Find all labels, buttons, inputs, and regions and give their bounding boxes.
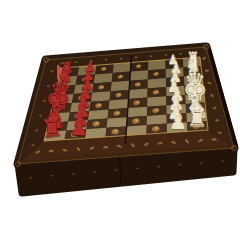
gilt-motif-highlight — [114, 130, 117, 132]
board-square — [94, 73, 113, 84]
gilt-motif-highlight — [55, 125, 58, 127]
board-square — [53, 94, 74, 105]
board-square — [109, 99, 129, 110]
board-square — [147, 96, 166, 107]
gilt-motif-highlight — [135, 119, 138, 121]
board-square — [58, 76, 78, 87]
gilt-motif-highlight — [116, 112, 119, 114]
board-square — [130, 70, 148, 81]
gilt-motif-highlight — [98, 104, 101, 106]
gilt-motif-highlight — [95, 122, 98, 124]
board-square — [129, 89, 148, 100]
gilt-motif-highlight — [175, 117, 178, 119]
gilt-motif-highlight — [137, 83, 140, 85]
gilt-motif-highlight — [136, 101, 139, 103]
board-square — [166, 68, 184, 79]
gilt-motif-highlight — [101, 86, 104, 88]
board-square — [88, 110, 109, 121]
gilt-motif-highlight — [194, 106, 197, 108]
gilt-motif-highlight — [60, 107, 63, 109]
board-square — [166, 104, 186, 115]
gilt-motif-highlight — [155, 73, 158, 75]
board-square — [49, 112, 71, 123]
board-square — [184, 75, 203, 86]
gilt-motif-highlight — [118, 94, 121, 96]
gilt-motif-highlight — [84, 78, 87, 80]
gilt-motif-highlight — [103, 68, 105, 70]
gilt-motif-highlight — [74, 133, 77, 135]
chess-board — [0, 0, 240, 240]
gilt-motif-highlight — [77, 114, 80, 116]
gilt-motif-highlight — [155, 91, 158, 93]
gilt-motif-highlight — [155, 109, 158, 111]
gilt-motif-highlight — [174, 98, 177, 100]
gilt-motif-highlight — [173, 62, 175, 64]
board-square — [127, 107, 147, 118]
board-square — [91, 91, 111, 102]
gilt-motif-highlight — [155, 127, 158, 129]
board-square — [107, 117, 128, 128]
gilt-motif-highlight — [120, 75, 123, 77]
gilt-motif-highlight — [68, 70, 70, 72]
board-square — [66, 120, 88, 131]
product-photo-chess-set: ♜♟♟♜♞♟♟♞♝♟♟♝♛♟♟♛♚♟♟♚♝♟♟♝♞♟♟♞♜♟♟♜ — [0, 0, 240, 240]
board-svg — [0, 0, 240, 240]
board-square — [185, 94, 205, 105]
gilt-motif-highlight — [138, 65, 140, 67]
board-square — [186, 112, 207, 123]
gilt-motif-highlight — [81, 96, 84, 98]
gilt-motif-highlight — [174, 80, 177, 82]
gilt-motif-highlight — [195, 124, 198, 126]
board-square — [74, 84, 94, 95]
board-square — [147, 115, 167, 126]
board-square — [148, 78, 167, 89]
board-square — [111, 81, 130, 92]
gilt-motif-highlight — [64, 89, 67, 91]
gilt-motif-highlight — [193, 88, 196, 90]
board-square — [70, 102, 91, 113]
gilt-motif-highlight — [191, 70, 194, 72]
board-square — [166, 86, 185, 97]
